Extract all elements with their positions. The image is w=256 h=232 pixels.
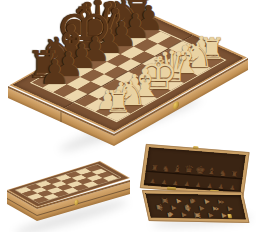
box-lid-interior: ♜♞♝♛♚♝♞♜♟♟♟♟♟♟♟♟ (144, 147, 246, 193)
stored-piece-q: ♛ (155, 203, 164, 212)
box-lid: ♜♞♝♛♚♝♞♜♟♟♟♟♟♟♟♟ (140, 144, 250, 196)
stored-piece-b: ♝ (172, 164, 183, 174)
fold-seam-notch (60, 112, 61, 122)
box-tray: ♜♟♞♟♝♛♟♚♟♝♟♞♟♜♟♟ (142, 190, 249, 223)
stored-piece-p: ♟ (149, 178, 156, 185)
stored-piece-p: ♟ (172, 180, 179, 187)
stored-piece-q: ♛ (183, 164, 194, 175)
stored-piece-n: ♞ (218, 169, 227, 178)
stored-piece-p: ♟ (180, 211, 187, 218)
stored-piece-p: ♟ (195, 182, 202, 189)
box-tray-interior: ♜♟♞♟♝♛♟♚♟♝♟♞♟♜♟♟ (145, 193, 245, 219)
stored-piece-n: ♞ (166, 210, 175, 219)
brass-latch-icon (193, 146, 199, 149)
stored-piece-p: ♟ (220, 212, 227, 219)
brass-clasp-icon (173, 100, 179, 110)
stored-piece-p: ♟ (229, 185, 236, 192)
stored-piece-n: ♞ (161, 164, 170, 173)
stored-piece-k: ♚ (194, 165, 206, 176)
stored-piece-p: ♟ (206, 183, 213, 190)
stored-piece-p: ♟ (183, 181, 190, 188)
stored-piece-r: ♜ (192, 211, 201, 220)
brass-clasp-icon (227, 214, 232, 218)
stored-piece-b: ♝ (206, 167, 217, 177)
stored-piece-p: ♟ (160, 179, 167, 186)
chess-set-product-photo: ♜♞♝♛♚♝♞♜♟♟♟♟♟♟♟♟ ♜♟♞♟♝♛♟♚♟♝♟♞♟♜♟♟ ♜♞♝♛♚♝… (0, 0, 256, 232)
stored-piece-r: ♜ (230, 171, 238, 179)
stored-piece-r: ♜ (150, 164, 158, 172)
stored-piece-p: ♟ (207, 212, 214, 219)
brass-clasp-icon (74, 199, 78, 206)
stored-piece-p: ♟ (226, 205, 233, 212)
